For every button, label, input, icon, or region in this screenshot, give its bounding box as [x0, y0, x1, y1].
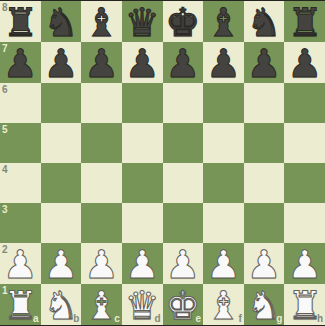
square-d8[interactable]: ♛ [122, 1, 163, 42]
file-label-d: d [154, 314, 160, 324]
file-label-c: c [114, 314, 120, 324]
square-e8[interactable]: ♚ [163, 1, 204, 42]
square-c1[interactable]: c♝ [81, 284, 122, 325]
piece-white-pawn[interactable]: ♟ [247, 243, 282, 284]
square-d7[interactable]: ♟ [122, 42, 163, 83]
piece-black-pawn[interactable]: ♟ [247, 42, 282, 83]
piece-black-rook[interactable]: ♜ [3, 1, 38, 42]
file-label-h: h [317, 314, 323, 324]
square-d5[interactable] [122, 123, 163, 163]
rank-label-3: 3 [2, 205, 8, 215]
square-b5[interactable] [41, 123, 82, 163]
square-a3[interactable]: 3 [0, 203, 41, 243]
rank-label-5: 5 [2, 125, 8, 135]
square-g2[interactable]: ♟ [244, 243, 285, 284]
piece-black-pawn[interactable]: ♟ [125, 42, 160, 83]
square-a5[interactable]: 5 [0, 123, 41, 163]
square-g8[interactable]: ♞ [244, 1, 285, 42]
rank-label-1: 1 [2, 286, 8, 296]
rank-label-6: 6 [2, 85, 8, 95]
piece-black-pawn[interactable]: ♟ [3, 42, 38, 83]
square-a4[interactable]: 4 [0, 163, 41, 203]
square-d3[interactable] [122, 203, 163, 243]
square-g6[interactable] [244, 83, 285, 123]
piece-black-knight[interactable]: ♞ [247, 1, 282, 42]
chess-app-page: 8♜♞♝♛♚♝♞♜7♟♟♟♟♟♟♟♟65432♟♟♟♟♟♟♟♟1a♜b♞c♝d♛… [0, 0, 325, 326]
square-b6[interactable] [41, 83, 82, 123]
square-b3[interactable] [41, 203, 82, 243]
piece-black-pawn[interactable]: ♟ [287, 42, 322, 83]
square-d6[interactable] [122, 83, 163, 123]
square-e2[interactable]: ♟ [163, 243, 204, 284]
square-d1[interactable]: d♛ [122, 284, 163, 325]
square-c6[interactable] [81, 83, 122, 123]
square-h2[interactable]: ♟ [284, 243, 325, 284]
file-label-f: f [238, 314, 241, 324]
rank-label-7: 7 [2, 44, 8, 54]
square-d2[interactable]: ♟ [122, 243, 163, 284]
square-h7[interactable]: ♟ [284, 42, 325, 83]
piece-white-pawn[interactable]: ♟ [43, 243, 78, 284]
square-b4[interactable] [41, 163, 82, 203]
square-h1[interactable]: h♜ [284, 284, 325, 325]
square-a8[interactable]: 8♜ [0, 1, 41, 42]
square-a6[interactable]: 6 [0, 83, 41, 123]
piece-black-pawn[interactable]: ♟ [43, 42, 78, 83]
square-c3[interactable] [81, 203, 122, 243]
square-e3[interactable] [163, 203, 204, 243]
rank-label-2: 2 [2, 245, 8, 255]
square-b1[interactable]: b♞ [41, 284, 82, 325]
square-c2[interactable]: ♟ [81, 243, 122, 284]
square-b8[interactable]: ♞ [41, 1, 82, 42]
file-label-b: b [73, 314, 79, 324]
piece-black-king[interactable]: ♚ [165, 1, 200, 42]
piece-black-pawn[interactable]: ♟ [165, 42, 200, 83]
square-c8[interactable]: ♝ [81, 1, 122, 42]
rank-label-4: 4 [2, 165, 8, 175]
square-h4[interactable] [284, 163, 325, 203]
square-g3[interactable] [244, 203, 285, 243]
square-f8[interactable]: ♝ [203, 1, 244, 42]
square-g1[interactable]: g♞ [244, 284, 285, 325]
piece-white-pawn[interactable]: ♟ [84, 243, 119, 284]
file-label-a: a [33, 314, 39, 324]
square-g5[interactable] [244, 123, 285, 163]
piece-white-pawn[interactable]: ♟ [125, 243, 160, 284]
square-e4[interactable] [163, 163, 204, 203]
piece-black-pawn[interactable]: ♟ [206, 42, 241, 83]
file-label-g: g [276, 314, 282, 324]
square-f7[interactable]: ♟ [203, 42, 244, 83]
square-e7[interactable]: ♟ [163, 42, 204, 83]
square-a2[interactable]: 2♟ [0, 243, 41, 284]
square-h5[interactable] [284, 123, 325, 163]
square-f4[interactable] [203, 163, 244, 203]
square-a7[interactable]: 7♟ [0, 42, 41, 83]
square-h3[interactable] [284, 203, 325, 243]
square-d4[interactable] [122, 163, 163, 203]
piece-white-pawn[interactable]: ♟ [3, 243, 38, 284]
piece-black-bishop[interactable]: ♝ [206, 1, 241, 42]
piece-black-queen[interactable]: ♛ [125, 1, 160, 42]
square-a1[interactable]: 1a♜ [0, 284, 41, 325]
piece-white-pawn[interactable]: ♟ [206, 243, 241, 284]
square-e5[interactable] [163, 123, 204, 163]
rank-label-8: 8 [2, 3, 8, 13]
piece-white-pawn[interactable]: ♟ [165, 243, 200, 284]
piece-black-knight[interactable]: ♞ [43, 1, 78, 42]
square-b2[interactable]: ♟ [41, 243, 82, 284]
piece-white-bishop[interactable]: ♝ [206, 284, 241, 325]
piece-black-rook[interactable]: ♜ [287, 1, 322, 42]
square-c4[interactable] [81, 163, 122, 203]
square-f5[interactable] [203, 123, 244, 163]
square-e6[interactable] [163, 83, 204, 123]
square-c7[interactable]: ♟ [81, 42, 122, 83]
square-f1[interactable]: f♝ [203, 284, 244, 325]
piece-black-bishop[interactable]: ♝ [84, 1, 119, 42]
piece-black-pawn[interactable]: ♟ [84, 42, 119, 83]
square-f6[interactable] [203, 83, 244, 123]
square-h6[interactable] [284, 83, 325, 123]
square-c5[interactable] [81, 123, 122, 163]
file-label-e: e [196, 314, 202, 324]
piece-white-pawn[interactable]: ♟ [287, 243, 322, 284]
square-g4[interactable] [244, 163, 285, 203]
square-b7[interactable]: ♟ [41, 42, 82, 83]
square-h8[interactable]: ♜ [284, 1, 325, 42]
square-g7[interactable]: ♟ [244, 42, 285, 83]
square-e1[interactable]: e♚ [163, 284, 204, 325]
square-f2[interactable]: ♟ [203, 243, 244, 284]
chess-board: 8♜♞♝♛♚♝♞♜7♟♟♟♟♟♟♟♟65432♟♟♟♟♟♟♟♟1a♜b♞c♝d♛… [0, 1, 325, 325]
square-f3[interactable] [203, 203, 244, 243]
